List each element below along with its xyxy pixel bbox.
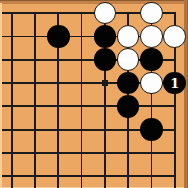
intersection (93, 165, 116, 188)
intersection (47, 71, 70, 94)
intersection (93, 48, 116, 71)
intersection (70, 71, 93, 94)
intersection (70, 48, 93, 71)
white-stone (94, 2, 117, 25)
intersection (47, 2, 70, 25)
intersection (140, 118, 163, 141)
intersection (93, 71, 116, 94)
black-stone (117, 95, 140, 118)
black-stone (47, 25, 70, 48)
intersection (140, 141, 163, 164)
star-point-marker (102, 80, 108, 86)
intersection (23, 2, 46, 25)
intersection (70, 2, 93, 25)
white-stone (117, 25, 140, 48)
move-number-label: 1 (170, 76, 179, 89)
intersection (47, 48, 70, 71)
intersection: 1 (163, 71, 186, 94)
intersection (47, 165, 70, 188)
intersection (163, 141, 186, 164)
intersection (116, 95, 139, 118)
intersection (23, 141, 46, 164)
intersection (23, 71, 46, 94)
intersection (140, 71, 163, 94)
intersection (0, 95, 23, 118)
intersection (163, 165, 186, 188)
intersection (116, 71, 139, 94)
intersection (0, 25, 23, 48)
intersection (70, 165, 93, 188)
intersection (47, 141, 70, 164)
intersection (23, 165, 46, 188)
black-stone (140, 48, 163, 71)
white-stone (140, 72, 163, 95)
intersection (163, 118, 186, 141)
intersection (23, 25, 46, 48)
intersection (23, 48, 46, 71)
intersection (47, 25, 70, 48)
intersection (163, 25, 186, 48)
go-diagram: 1 (0, 0, 188, 188)
intersection (116, 48, 139, 71)
intersection (23, 95, 46, 118)
intersection (0, 118, 23, 141)
intersection (116, 118, 139, 141)
go-board: 1 (0, 2, 186, 188)
intersection (47, 118, 70, 141)
intersection (93, 25, 116, 48)
intersection (93, 141, 116, 164)
board-frame-left-highlight (0, 3, 2, 188)
intersection (0, 48, 23, 71)
black-stone-move-1: 1 (163, 72, 186, 95)
white-stone (163, 25, 186, 48)
intersection (93, 95, 116, 118)
intersection (93, 118, 116, 141)
intersection (163, 2, 186, 25)
intersection (70, 25, 93, 48)
white-stone (117, 48, 140, 71)
white-stone (140, 2, 163, 25)
intersection (23, 118, 46, 141)
intersection (47, 95, 70, 118)
intersection (70, 118, 93, 141)
black-stone (94, 25, 117, 48)
intersection (0, 141, 23, 164)
intersection (0, 71, 23, 94)
intersection (163, 48, 186, 71)
intersection (0, 2, 23, 25)
white-stone (140, 25, 163, 48)
black-stone (140, 118, 163, 141)
intersection (70, 95, 93, 118)
intersection (163, 95, 186, 118)
intersection (70, 141, 93, 164)
intersection (140, 95, 163, 118)
intersection (116, 141, 139, 164)
intersection (140, 48, 163, 71)
intersection (93, 2, 116, 25)
intersection (140, 25, 163, 48)
intersection (116, 165, 139, 188)
intersection (116, 25, 139, 48)
intersection (140, 2, 163, 25)
black-stone (117, 72, 140, 95)
intersection (0, 165, 23, 188)
black-stone (94, 48, 117, 71)
intersection (116, 2, 139, 25)
intersection (140, 165, 163, 188)
